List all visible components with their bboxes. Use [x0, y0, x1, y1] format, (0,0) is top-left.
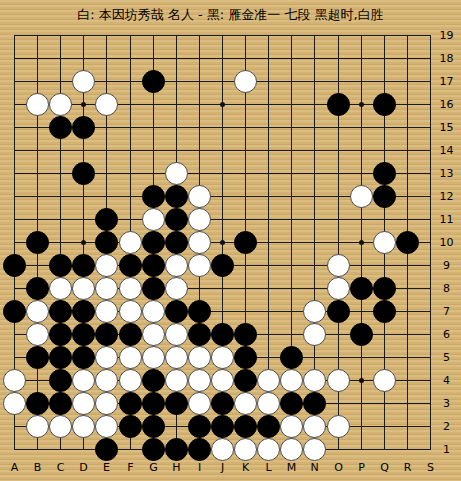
white-stone-B16[interactable]: [26, 93, 49, 116]
white-stone-L1[interactable]: [257, 438, 280, 461]
star-point: [359, 240, 364, 245]
white-stone-G6[interactable]: [142, 323, 165, 346]
game-info-title: 白: 本因坊秀哉 名人 - 黑: 雁金准一 七段 黑超时,白胜: [0, 6, 461, 24]
row-label-15: 15: [436, 121, 457, 134]
black-stone-K4[interactable]: [234, 369, 257, 392]
black-stone-C6[interactable]: [49, 323, 72, 346]
column-label-I: I: [191, 461, 208, 474]
black-stone-G17[interactable]: [142, 70, 165, 93]
white-stone-A3[interactable]: [3, 392, 26, 415]
white-stone-C8[interactable]: [49, 277, 72, 300]
white-stone-M2[interactable]: [280, 415, 303, 438]
row-label-1: 1: [436, 443, 457, 456]
black-stone-H3[interactable]: [165, 392, 188, 415]
row-label-2: 2: [436, 420, 457, 433]
column-label-P: P: [353, 461, 370, 474]
black-stone-K6[interactable]: [234, 323, 257, 346]
column-label-Q: Q: [376, 461, 393, 474]
black-stone-H10[interactable]: [165, 231, 188, 254]
white-stone-K3[interactable]: [234, 392, 257, 415]
star-point: [81, 102, 86, 107]
row-label-12: 12: [436, 190, 457, 203]
column-label-J: J: [214, 461, 231, 474]
black-stone-G3[interactable]: [142, 392, 165, 415]
black-stone-D13[interactable]: [72, 162, 95, 185]
white-stone-E7[interactable]: [95, 300, 118, 323]
white-stone-N2[interactable]: [303, 415, 326, 438]
white-stone-E2[interactable]: [95, 415, 118, 438]
white-stone-A4[interactable]: [3, 369, 26, 392]
white-stone-Q10[interactable]: [373, 231, 396, 254]
row-label-13: 13: [436, 167, 457, 180]
black-stone-D6[interactable]: [72, 323, 95, 346]
black-stone-C15[interactable]: [49, 116, 72, 139]
column-label-K: K: [237, 461, 254, 474]
white-stone-N1[interactable]: [303, 438, 326, 461]
black-stone-F2[interactable]: [119, 415, 142, 438]
black-stone-G2[interactable]: [142, 415, 165, 438]
black-stone-D9[interactable]: [72, 254, 95, 277]
white-stone-E8[interactable]: [95, 277, 118, 300]
black-stone-D15[interactable]: [72, 116, 95, 139]
star-point: [220, 240, 225, 245]
row-label-14: 14: [436, 144, 457, 157]
white-stone-O2[interactable]: [327, 415, 350, 438]
black-stone-A9[interactable]: [3, 254, 26, 277]
black-stone-P8[interactable]: [350, 277, 373, 300]
column-label-D: D: [75, 461, 92, 474]
black-stone-H12[interactable]: [165, 185, 188, 208]
star-point: [81, 240, 86, 245]
star-point: [220, 102, 225, 107]
black-stone-Q12[interactable]: [373, 185, 396, 208]
white-stone-C16[interactable]: [49, 93, 72, 116]
white-stone-I10[interactable]: [188, 231, 211, 254]
star-point: [359, 102, 364, 107]
black-stone-G1[interactable]: [142, 438, 165, 461]
white-stone-H8[interactable]: [165, 277, 188, 300]
black-stone-C3[interactable]: [49, 392, 72, 415]
black-stone-C4[interactable]: [49, 369, 72, 392]
white-stone-J1[interactable]: [211, 438, 234, 461]
column-label-L: L: [260, 461, 277, 474]
row-label-4: 4: [436, 374, 457, 387]
black-stone-E11[interactable]: [95, 208, 118, 231]
row-label-7: 7: [436, 305, 457, 318]
white-stone-P12[interactable]: [350, 185, 373, 208]
white-stone-F4[interactable]: [119, 369, 142, 392]
black-stone-H11[interactable]: [165, 208, 188, 231]
white-stone-N7[interactable]: [303, 300, 326, 323]
white-stone-G5[interactable]: [142, 346, 165, 369]
black-stone-I1[interactable]: [188, 438, 211, 461]
row-label-9: 9: [436, 259, 457, 272]
black-stone-B8[interactable]: [26, 277, 49, 300]
black-stone-I2[interactable]: [188, 415, 211, 438]
black-stone-O7[interactable]: [327, 300, 350, 323]
white-stone-E4[interactable]: [95, 369, 118, 392]
white-stone-I5[interactable]: [188, 346, 211, 369]
row-label-16: 16: [436, 98, 457, 111]
go-board[interactable]: [14, 35, 431, 450]
black-stone-J2[interactable]: [211, 415, 234, 438]
white-stone-M1[interactable]: [280, 438, 303, 461]
white-stone-G7[interactable]: [142, 300, 165, 323]
grid-line-vertical: [430, 35, 431, 450]
column-label-G: G: [145, 461, 162, 474]
white-stone-H6[interactable]: [165, 323, 188, 346]
black-stone-Q13[interactable]: [373, 162, 396, 185]
black-stone-Q16[interactable]: [373, 93, 396, 116]
white-stone-D4[interactable]: [72, 369, 95, 392]
black-stone-O16[interactable]: [327, 93, 350, 116]
black-stone-I7[interactable]: [188, 300, 211, 323]
black-stone-B10[interactable]: [26, 231, 49, 254]
black-stone-D7[interactable]: [72, 300, 95, 323]
black-stone-K2[interactable]: [234, 415, 257, 438]
black-stone-E10[interactable]: [95, 231, 118, 254]
go-game-viewer: { "game": "go", "title": "白: 本因坊秀哉 名人 - …: [0, 0, 461, 481]
column-label-H: H: [168, 461, 185, 474]
column-label-B: B: [29, 461, 46, 474]
column-label-C: C: [52, 461, 69, 474]
black-stone-P6[interactable]: [350, 323, 373, 346]
black-stone-H7[interactable]: [165, 300, 188, 323]
black-stone-E1[interactable]: [95, 438, 118, 461]
white-stone-D8[interactable]: [72, 277, 95, 300]
column-label-F: F: [122, 461, 139, 474]
white-stone-E16[interactable]: [95, 93, 118, 116]
black-stone-D5[interactable]: [72, 346, 95, 369]
white-stone-D3[interactable]: [72, 392, 95, 415]
row-label-17: 17: [436, 75, 457, 88]
column-label-S: S: [422, 461, 439, 474]
column-label-M: M: [283, 461, 300, 474]
white-stone-O8[interactable]: [327, 277, 350, 300]
column-label-N: N: [306, 461, 323, 474]
white-stone-H13[interactable]: [165, 162, 188, 185]
black-stone-B5[interactable]: [26, 346, 49, 369]
column-label-R: R: [399, 461, 416, 474]
black-stone-G4[interactable]: [142, 369, 165, 392]
white-stone-I11[interactable]: [188, 208, 211, 231]
black-stone-F6[interactable]: [119, 323, 142, 346]
white-stone-I3[interactable]: [188, 392, 211, 415]
white-stone-H9[interactable]: [165, 254, 188, 277]
white-stone-K1[interactable]: [234, 438, 257, 461]
white-stone-J4[interactable]: [211, 369, 234, 392]
row-label-8: 8: [436, 282, 457, 295]
row-label-3: 3: [436, 397, 457, 410]
row-label-11: 11: [436, 213, 457, 226]
white-stone-G11[interactable]: [142, 208, 165, 231]
row-label-10: 10: [436, 236, 457, 249]
black-stone-F3[interactable]: [119, 392, 142, 415]
white-stone-L3[interactable]: [257, 392, 280, 415]
white-stone-I4[interactable]: [188, 369, 211, 392]
white-stone-C2[interactable]: [49, 415, 72, 438]
black-stone-B3[interactable]: [26, 392, 49, 415]
black-stone-N3[interactable]: [303, 392, 326, 415]
white-stone-L4[interactable]: [257, 369, 280, 392]
black-stone-C9[interactable]: [49, 254, 72, 277]
black-stone-G8[interactable]: [142, 277, 165, 300]
white-stone-D2[interactable]: [72, 415, 95, 438]
black-stone-Q8[interactable]: [373, 277, 396, 300]
white-stone-I9[interactable]: [188, 254, 211, 277]
black-stone-A7[interactable]: [3, 300, 26, 323]
black-stone-G12[interactable]: [142, 185, 165, 208]
star-point: [359, 378, 364, 383]
white-stone-E5[interactable]: [95, 346, 118, 369]
white-stone-F8[interactable]: [119, 277, 142, 300]
column-label-E: E: [98, 461, 115, 474]
white-stone-N6[interactable]: [303, 323, 326, 346]
white-stone-D17[interactable]: [72, 70, 95, 93]
column-label-A: A: [6, 461, 23, 474]
white-stone-F7[interactable]: [119, 300, 142, 323]
black-stone-J6[interactable]: [211, 323, 234, 346]
column-label-O: O: [330, 461, 347, 474]
black-stone-M5[interactable]: [280, 346, 303, 369]
black-stone-I6[interactable]: [188, 323, 211, 346]
black-stone-L2[interactable]: [257, 415, 280, 438]
white-stone-O4[interactable]: [327, 369, 350, 392]
black-stone-J3[interactable]: [211, 392, 234, 415]
white-stone-B6[interactable]: [26, 323, 49, 346]
row-label-18: 18: [436, 52, 457, 65]
black-stone-G9[interactable]: [142, 254, 165, 277]
white-stone-E9[interactable]: [95, 254, 118, 277]
white-stone-M4[interactable]: [280, 369, 303, 392]
white-stone-Q4[interactable]: [373, 369, 396, 392]
black-stone-C5[interactable]: [49, 346, 72, 369]
black-stone-K10[interactable]: [234, 231, 257, 254]
white-stone-N4[interactable]: [303, 369, 326, 392]
black-stone-J9[interactable]: [211, 254, 234, 277]
white-stone-B7[interactable]: [26, 300, 49, 323]
black-stone-R10[interactable]: [396, 231, 419, 254]
white-stone-F10[interactable]: [119, 231, 142, 254]
row-label-19: 19: [436, 29, 457, 42]
white-stone-F5[interactable]: [119, 346, 142, 369]
black-stone-C7[interactable]: [49, 300, 72, 323]
white-stone-K17[interactable]: [234, 70, 257, 93]
row-label-6: 6: [436, 328, 457, 341]
row-label-5: 5: [436, 351, 457, 364]
black-stone-F9[interactable]: [119, 254, 142, 277]
white-stone-I12[interactable]: [188, 185, 211, 208]
black-stone-H1[interactable]: [165, 438, 188, 461]
white-stone-O9[interactable]: [327, 254, 350, 277]
black-stone-Q7[interactable]: [373, 300, 396, 323]
black-stone-G10[interactable]: [142, 231, 165, 254]
white-stone-E3[interactable]: [95, 392, 118, 415]
white-stone-J5[interactable]: [211, 346, 234, 369]
white-stone-H5[interactable]: [165, 346, 188, 369]
white-stone-H4[interactable]: [165, 369, 188, 392]
black-stone-K5[interactable]: [234, 346, 257, 369]
black-stone-E6[interactable]: [95, 323, 118, 346]
white-stone-B2[interactable]: [26, 415, 49, 438]
black-stone-M3[interactable]: [280, 392, 303, 415]
